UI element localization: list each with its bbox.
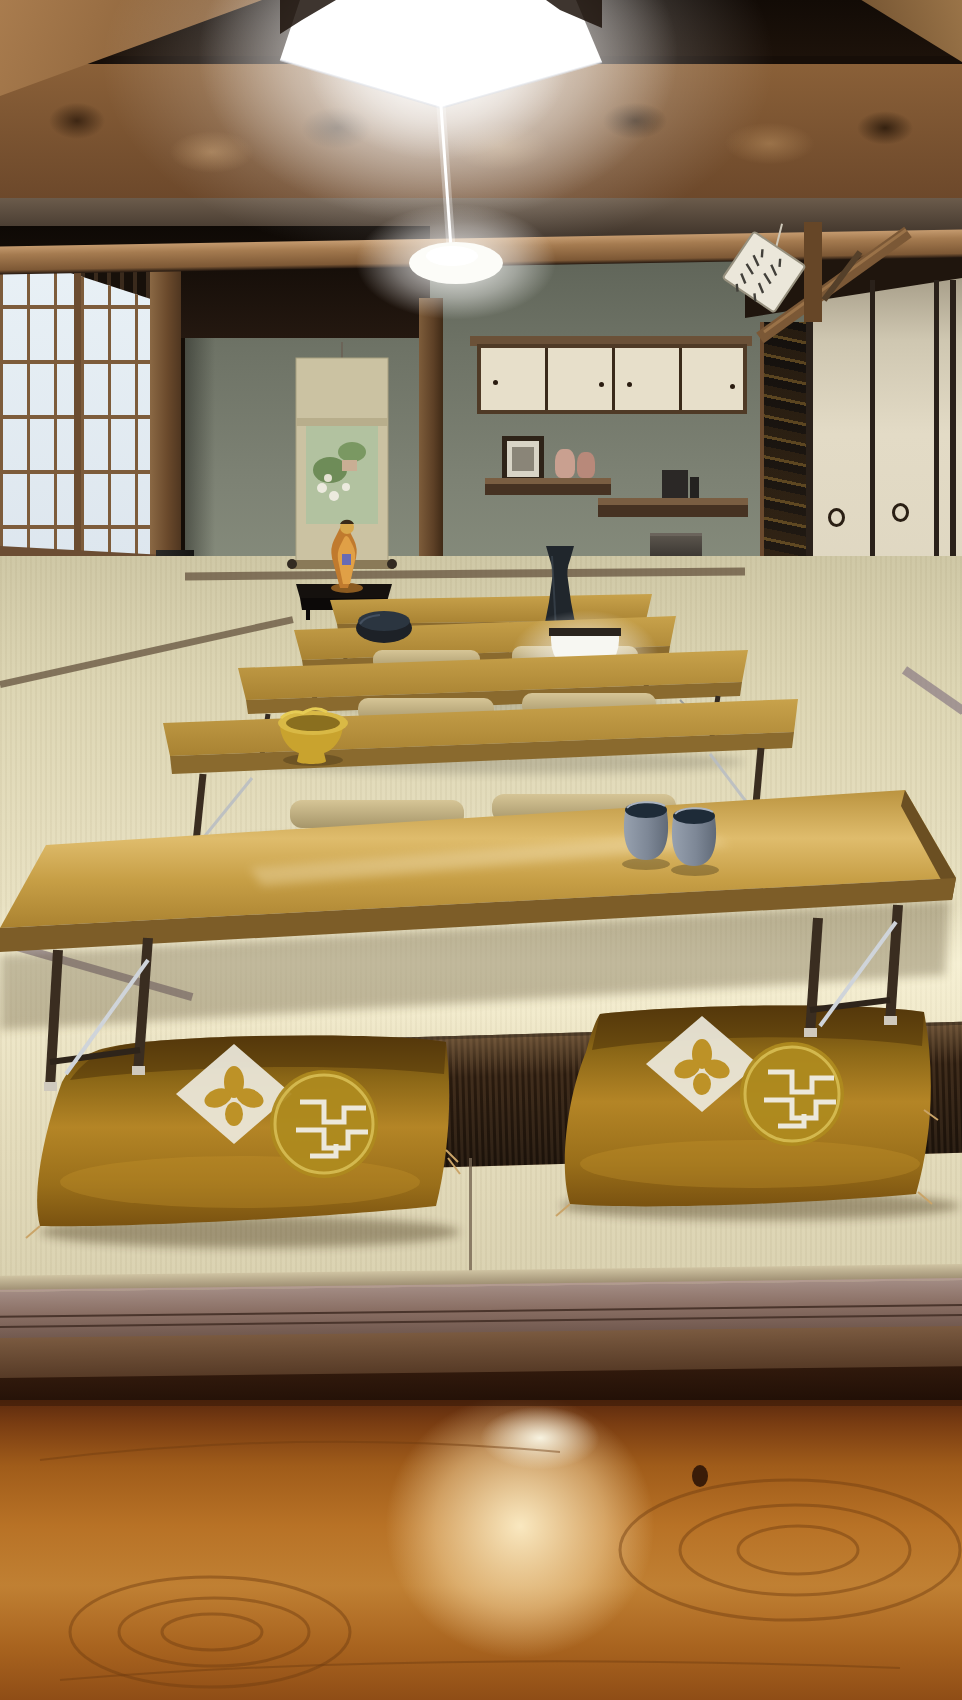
yellow-bowl bbox=[278, 709, 348, 766]
pendant-light bbox=[331, 190, 581, 334]
zabuton-right bbox=[556, 1005, 938, 1216]
photo-japanese-banquet-room: A dim traditional Japanese banquet room … bbox=[0, 0, 962, 1700]
scene-objects bbox=[0, 0, 962, 1700]
black-bowl bbox=[356, 611, 412, 643]
zabuton-left bbox=[26, 1035, 460, 1238]
